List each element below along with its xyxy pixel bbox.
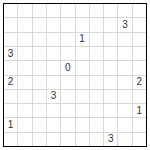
cell-r9c3[interactable] (47, 133, 60, 146)
cell-r3c7[interactable] (104, 47, 117, 60)
cell-r8c5[interactable] (76, 118, 89, 131)
cell-r2c5[interactable]: 1 (76, 33, 89, 46)
cell-r9c0[interactable] (4, 133, 17, 146)
clue-number: 2 (137, 77, 143, 87)
cell-r5c5[interactable] (76, 76, 89, 89)
cell-r6c2[interactable] (33, 90, 46, 103)
cell-r5c0[interactable]: 2 (4, 76, 17, 89)
cell-r2c3[interactable] (47, 33, 60, 46)
cell-r2c1[interactable] (18, 33, 31, 46)
cell-r4c4[interactable]: 0 (61, 61, 74, 74)
cell-r3c0[interactable]: 3 (4, 47, 17, 60)
puzzle-grid: 3130223113 (4, 4, 146, 146)
cell-r5c6[interactable] (90, 76, 103, 89)
cell-r3c1[interactable] (18, 47, 31, 60)
cell-r7c2[interactable] (33, 104, 46, 117)
clue-number: 3 (51, 91, 57, 101)
cell-r4c1[interactable] (18, 61, 31, 74)
cell-r0c4[interactable] (61, 4, 74, 17)
cell-r1c7[interactable] (104, 18, 117, 31)
clue-number: 1 (137, 106, 143, 116)
cell-r2c8[interactable] (118, 33, 131, 46)
cell-r3c2[interactable] (33, 47, 46, 60)
cell-r4c5[interactable] (76, 61, 89, 74)
cell-r1c9[interactable] (133, 18, 146, 31)
cell-r9c9[interactable] (133, 133, 146, 146)
cell-r2c7[interactable] (104, 33, 117, 46)
cell-r3c9[interactable] (133, 47, 146, 60)
clue-number: 1 (79, 34, 85, 44)
cell-r5c7[interactable] (104, 76, 117, 89)
cell-r4c0[interactable] (4, 61, 17, 74)
cell-r7c0[interactable] (4, 104, 17, 117)
cell-r1c4[interactable] (61, 18, 74, 31)
cell-r3c3[interactable] (47, 47, 60, 60)
cell-r6c6[interactable] (90, 90, 103, 103)
cell-r1c2[interactable] (33, 18, 46, 31)
cell-r0c5[interactable] (76, 4, 89, 17)
cell-r3c4[interactable] (61, 47, 74, 60)
cell-r5c8[interactable] (118, 76, 131, 89)
clue-number: 3 (122, 20, 128, 30)
cell-r6c3[interactable]: 3 (47, 90, 60, 103)
cell-r6c1[interactable] (18, 90, 31, 103)
cell-r0c6[interactable] (90, 4, 103, 17)
cell-r1c6[interactable] (90, 18, 103, 31)
clue-number: 3 (108, 134, 114, 144)
cell-r4c7[interactable] (104, 61, 117, 74)
cell-r7c4[interactable] (61, 104, 74, 117)
cell-r3c5[interactable] (76, 47, 89, 60)
clue-number: 3 (8, 49, 14, 59)
cell-r7c1[interactable] (18, 104, 31, 117)
cell-r6c9[interactable] (133, 90, 146, 103)
cell-r0c0[interactable] (4, 4, 17, 17)
cell-r8c6[interactable] (90, 118, 103, 131)
cell-r8c1[interactable] (18, 118, 31, 131)
cell-r6c5[interactable] (76, 90, 89, 103)
cell-r0c1[interactable] (18, 4, 31, 17)
clue-number: 0 (65, 63, 71, 73)
cell-r5c1[interactable] (18, 76, 31, 89)
cell-r0c7[interactable] (104, 4, 117, 17)
clue-number: 2 (8, 77, 14, 87)
cell-r8c9[interactable] (133, 118, 146, 131)
cell-r9c6[interactable] (90, 133, 103, 146)
cell-r1c1[interactable] (18, 18, 31, 31)
cell-r9c1[interactable] (18, 133, 31, 146)
cell-r6c0[interactable] (4, 90, 17, 103)
cell-r7c3[interactable] (47, 104, 60, 117)
cell-r4c2[interactable] (33, 61, 46, 74)
cell-r4c8[interactable] (118, 61, 131, 74)
cell-r7c9[interactable]: 1 (133, 104, 146, 117)
cell-r5c9[interactable]: 2 (133, 76, 146, 89)
cell-r2c9[interactable] (133, 33, 146, 46)
cell-r6c8[interactable] (118, 90, 131, 103)
cell-r8c4[interactable] (61, 118, 74, 131)
cell-r8c8[interactable] (118, 118, 131, 131)
puzzle-board: 3130223113 (3, 3, 147, 147)
cell-r2c2[interactable] (33, 33, 46, 46)
cell-r9c5[interactable] (76, 133, 89, 146)
cell-r2c0[interactable] (4, 33, 17, 46)
cell-r4c9[interactable] (133, 61, 146, 74)
cell-r8c2[interactable] (33, 118, 46, 131)
cell-r7c8[interactable] (118, 104, 131, 117)
cell-r9c7[interactable]: 3 (104, 133, 117, 146)
cell-r4c6[interactable] (90, 61, 103, 74)
cell-r8c7[interactable] (104, 118, 117, 131)
cell-r8c3[interactable] (47, 118, 60, 131)
cell-r7c7[interactable] (104, 104, 117, 117)
cell-r5c2[interactable] (33, 76, 46, 89)
cell-r3c8[interactable] (118, 47, 131, 60)
cell-r8c0[interactable]: 1 (4, 118, 17, 131)
cell-r1c5[interactable] (76, 18, 89, 31)
cell-r0c9[interactable] (133, 4, 146, 17)
cell-r3c6[interactable] (90, 47, 103, 60)
cell-r0c3[interactable] (47, 4, 60, 17)
cell-r1c0[interactable] (4, 18, 17, 31)
cell-r1c3[interactable] (47, 18, 60, 31)
cell-r2c6[interactable] (90, 33, 103, 46)
cell-r0c2[interactable] (33, 4, 46, 17)
cell-r9c2[interactable] (33, 133, 46, 146)
cell-r5c4[interactable] (61, 76, 74, 89)
cell-r6c4[interactable] (61, 90, 74, 103)
cell-r0c8[interactable] (118, 4, 131, 17)
cell-r5c3[interactable] (47, 76, 60, 89)
cell-r2c4[interactable] (61, 33, 74, 46)
cell-r6c7[interactable] (104, 90, 117, 103)
cell-r4c3[interactable] (47, 61, 60, 74)
cell-r1c8[interactable]: 3 (118, 18, 131, 31)
cell-r9c8[interactable] (118, 133, 131, 146)
clue-number: 1 (8, 120, 14, 130)
cell-r7c6[interactable] (90, 104, 103, 117)
cell-r7c5[interactable] (76, 104, 89, 117)
cell-r9c4[interactable] (61, 133, 74, 146)
